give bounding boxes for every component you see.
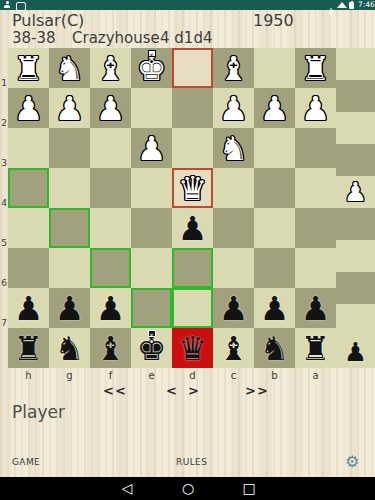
black-knight: ♞ xyxy=(55,332,85,365)
square-g4[interactable] xyxy=(49,168,90,208)
square-c7[interactable]: ♟ xyxy=(213,288,254,328)
square-f4[interactable] xyxy=(90,168,131,208)
status-time: 7:46 xyxy=(358,1,375,9)
black-pawn: ♟ xyxy=(14,292,44,325)
square-h2[interactable]: ♟ xyxy=(8,88,49,128)
square-c5[interactable] xyxy=(213,208,254,248)
black-pawn: ♟ xyxy=(178,212,208,245)
square-c8[interactable]: ♝ xyxy=(213,328,254,368)
square-g6[interactable] xyxy=(49,248,90,288)
square-h5[interactable] xyxy=(8,208,49,248)
square-g3[interactable] xyxy=(49,128,90,168)
file-label-d: d xyxy=(172,370,213,381)
black-pawn: ♟ xyxy=(55,292,85,325)
white-pawn: ♟ xyxy=(137,132,167,165)
square-e1[interactable]: ♚× xyxy=(131,48,172,88)
square-a1[interactable]: ♜ xyxy=(295,48,336,88)
square-b2[interactable]: ♟ xyxy=(254,88,295,128)
white-bishop: ♝ xyxy=(219,52,249,85)
square-d7[interactable] xyxy=(172,288,213,328)
square-g2[interactable]: ♟ xyxy=(49,88,90,128)
file-label-g: g xyxy=(49,370,90,381)
rank-label-2: 2 xyxy=(0,118,8,128)
square-b3[interactable] xyxy=(254,128,295,168)
square-e7[interactable] xyxy=(131,288,172,328)
pocket-cell-6[interactable] xyxy=(336,208,375,240)
square-f2[interactable]: ♟ xyxy=(90,88,131,128)
black-pawn: ♟ xyxy=(301,292,331,325)
square-a7[interactable]: ♟ xyxy=(295,288,336,328)
king-x-badge: × xyxy=(148,50,156,57)
white-pawn: ♟ xyxy=(55,92,85,125)
square-e5[interactable] xyxy=(131,208,172,248)
square-f1[interactable]: ♝ xyxy=(90,48,131,88)
file-label-h: h xyxy=(8,370,49,381)
square-e6[interactable] xyxy=(131,248,172,288)
variant-name: Crazyhouse xyxy=(72,29,160,47)
black-knight: ♞ xyxy=(260,332,290,365)
person-icon xyxy=(4,1,10,8)
square-a2[interactable]: ♟ xyxy=(295,88,336,128)
bluetooth-icon xyxy=(328,1,334,20)
black-pawn: ♟ xyxy=(219,292,249,325)
square-b7[interactable]: ♟ xyxy=(254,288,295,328)
square-d4[interactable]: ♛ xyxy=(172,168,213,208)
square-c1[interactable]: ♝ xyxy=(213,48,254,88)
pocket-cell-10[interactable]: ♟ xyxy=(336,336,375,368)
white-pawn-in-hand: ♟ xyxy=(344,179,367,205)
material-count: 38-38 xyxy=(12,29,56,47)
square-b8[interactable]: ♞ xyxy=(254,328,295,368)
square-c2[interactable]: ♟ xyxy=(213,88,254,128)
square-a6[interactable] xyxy=(295,248,336,288)
pocket-cell-9[interactable] xyxy=(336,304,375,336)
square-g8[interactable]: ♞ xyxy=(49,328,90,368)
nav-prev-button[interactable]: < xyxy=(160,383,184,398)
pocket-cell-7[interactable] xyxy=(336,240,375,272)
black-rook: ♜ xyxy=(14,332,44,365)
last-move-text: 4 d1d4 xyxy=(160,29,212,47)
android-back-icon[interactable]: ◁ xyxy=(119,480,135,496)
square-f3[interactable] xyxy=(90,128,131,168)
rank-label-6: 6 xyxy=(0,278,8,288)
rules-menu-button[interactable]: RULES xyxy=(176,457,207,467)
square-f6[interactable] xyxy=(90,248,131,288)
status-bar: 7:46 xyxy=(0,0,375,10)
player-label: Player xyxy=(12,402,65,422)
square-c3[interactable]: ♞ xyxy=(213,128,254,168)
file-label-e: e xyxy=(131,370,172,381)
square-g5[interactable] xyxy=(49,208,90,248)
white-rook: ♜ xyxy=(301,52,331,85)
square-e4[interactable] xyxy=(131,168,172,208)
pocket-cell-8[interactable] xyxy=(336,272,375,304)
square-d1[interactable] xyxy=(172,48,213,88)
square-g1[interactable]: ♞ xyxy=(49,48,90,88)
black-rook: ♜ xyxy=(301,332,331,365)
square-c4[interactable] xyxy=(213,168,254,208)
white-knight: ♞ xyxy=(219,132,249,165)
rank-label-7: 7 xyxy=(0,318,8,328)
black-bishop: ♝ xyxy=(219,332,249,365)
square-d8[interactable]: ♛ xyxy=(172,328,213,368)
square-h6[interactable] xyxy=(8,248,49,288)
white-pawn: ♟ xyxy=(301,92,331,125)
white-knight: ♞ xyxy=(55,52,85,85)
engine-name: Pulsar(C) xyxy=(12,11,84,30)
chess-board[interactable]: ♜♞♝♚×♝♜♟♟♟♟♟♟♟♞♛♟♟♟♟♟♟♟♜♞♝♚×♛♝♞♜ xyxy=(8,48,336,368)
file-label-b: b xyxy=(254,370,295,381)
square-d6[interactable] xyxy=(172,248,213,288)
nav-first-button[interactable]: << xyxy=(103,383,127,398)
pocket-cell-2[interactable] xyxy=(336,80,375,112)
pocket-column[interactable]: ♟♟ xyxy=(336,48,375,368)
white-bishop: ♝ xyxy=(96,52,126,85)
battery-icon xyxy=(349,2,354,9)
square-d2[interactable] xyxy=(172,88,213,128)
square-c6[interactable] xyxy=(213,248,254,288)
square-e2[interactable] xyxy=(131,88,172,128)
nav-next-button[interactable]: > xyxy=(182,383,206,398)
square-h1[interactable]: ♜ xyxy=(8,48,49,88)
white-pawn: ♟ xyxy=(260,92,290,125)
square-h8[interactable]: ♜ xyxy=(8,328,49,368)
pocket-cell-5[interactable]: ♟ xyxy=(336,176,375,208)
white-queen: ♛ xyxy=(178,172,208,205)
square-b1[interactable] xyxy=(254,48,295,88)
square-a4[interactable] xyxy=(295,168,336,208)
square-f5[interactable] xyxy=(90,208,131,248)
rank-label-4: 4 xyxy=(0,198,8,208)
square-f8[interactable]: ♝ xyxy=(90,328,131,368)
nav-last-button[interactable]: >> xyxy=(245,383,269,398)
pocket-cell-3[interactable] xyxy=(336,112,375,144)
engine-rating: 1950 xyxy=(253,11,294,30)
square-b4[interactable] xyxy=(254,168,295,208)
settings-gear-icon[interactable]: ⚙ xyxy=(345,452,359,471)
android-recents-icon[interactable]: □ xyxy=(241,480,257,496)
square-a5[interactable] xyxy=(295,208,336,248)
square-e3[interactable]: ♟ xyxy=(131,128,172,168)
black-pawn: ♟ xyxy=(96,292,126,325)
square-a8[interactable]: ♜ xyxy=(295,328,336,368)
square-h3[interactable] xyxy=(8,128,49,168)
wifi-icon xyxy=(337,2,347,8)
black-queen: ♛ xyxy=(178,332,208,365)
notification-app-icon xyxy=(16,2,26,11)
king-x-badge: × xyxy=(148,330,156,337)
file-label-a: a xyxy=(295,370,336,381)
pocket-cell-4[interactable] xyxy=(336,144,375,176)
android-home-icon[interactable]: ○ xyxy=(180,480,196,496)
black-pawn-in-hand: ♟ xyxy=(344,339,367,365)
square-h7[interactable]: ♟ xyxy=(8,288,49,328)
square-b5[interactable] xyxy=(254,208,295,248)
file-label-c: c xyxy=(213,370,254,381)
square-g7[interactable]: ♟ xyxy=(49,288,90,328)
rank-label-3: 3 xyxy=(0,158,8,168)
rank-label-5: 5 xyxy=(0,238,8,248)
black-pawn: ♟ xyxy=(260,292,290,325)
white-rook: ♜ xyxy=(14,52,44,85)
white-pawn: ♟ xyxy=(219,92,249,125)
file-label-f: f xyxy=(90,370,131,381)
square-b6[interactable] xyxy=(254,248,295,288)
pocket-cell-1[interactable] xyxy=(336,48,375,80)
square-a3[interactable] xyxy=(295,128,336,168)
game-menu-button[interactable]: GAME xyxy=(12,457,40,467)
square-d3[interactable] xyxy=(172,128,213,168)
square-e8[interactable]: ♚× xyxy=(131,328,172,368)
square-d5[interactable]: ♟ xyxy=(172,208,213,248)
square-f7[interactable]: ♟ xyxy=(90,288,131,328)
white-pawn: ♟ xyxy=(96,92,126,125)
black-bishop: ♝ xyxy=(96,332,126,365)
rank-label-1: 1 xyxy=(0,78,8,88)
square-h4[interactable] xyxy=(8,168,49,208)
white-pawn: ♟ xyxy=(14,92,44,125)
